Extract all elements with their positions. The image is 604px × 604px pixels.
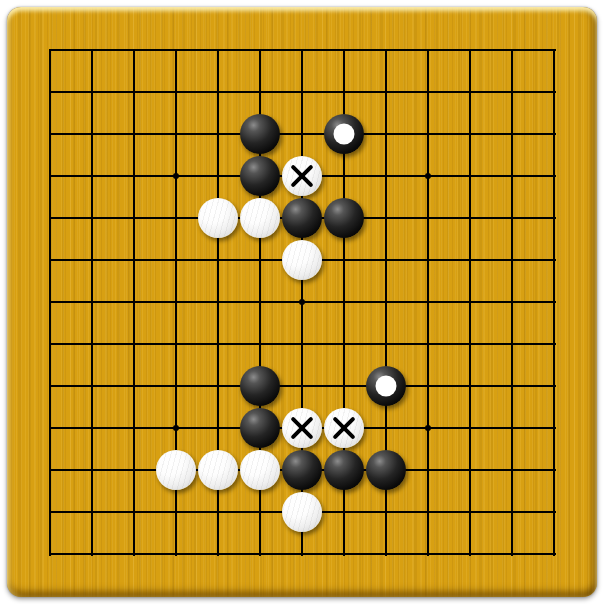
- intersection[interactable]: [113, 323, 155, 365]
- intersection[interactable]: [113, 491, 155, 533]
- intersection[interactable]: [449, 113, 491, 155]
- intersection[interactable]: [239, 449, 281, 491]
- intersection[interactable]: [197, 29, 239, 71]
- intersection[interactable]: [29, 449, 71, 491]
- intersection[interactable]: [491, 71, 533, 113]
- intersection[interactable]: [533, 281, 575, 323]
- intersection[interactable]: [197, 365, 239, 407]
- intersection[interactable]: [239, 281, 281, 323]
- intersection[interactable]: [323, 239, 365, 281]
- intersection[interactable]: [323, 323, 365, 365]
- cross-marker-icon: [282, 408, 322, 448]
- intersection[interactable]: [29, 155, 71, 197]
- intersection[interactable]: [29, 323, 71, 365]
- intersection[interactable]: [239, 155, 281, 197]
- intersection[interactable]: [155, 323, 197, 365]
- intersection[interactable]: [239, 491, 281, 533]
- board-intersections: [29, 29, 575, 575]
- intersection[interactable]: [29, 491, 71, 533]
- intersection[interactable]: [155, 113, 197, 155]
- intersection[interactable]: [239, 239, 281, 281]
- intersection[interactable]: [365, 365, 407, 407]
- intersection[interactable]: [281, 407, 323, 449]
- intersection[interactable]: [71, 491, 113, 533]
- intersection[interactable]: [491, 281, 533, 323]
- intersection[interactable]: [71, 281, 113, 323]
- circle-marker-icon: [376, 376, 397, 397]
- intersection[interactable]: [29, 281, 71, 323]
- intersection[interactable]: [197, 197, 239, 239]
- white-stone: [198, 450, 238, 490]
- intersection[interactable]: [71, 449, 113, 491]
- intersection[interactable]: [197, 239, 239, 281]
- intersection[interactable]: [407, 491, 449, 533]
- intersection[interactable]: [533, 197, 575, 239]
- intersection[interactable]: [407, 113, 449, 155]
- intersection[interactable]: [323, 113, 365, 155]
- intersection[interactable]: [323, 281, 365, 323]
- intersection[interactable]: [533, 71, 575, 113]
- intersection[interactable]: [113, 281, 155, 323]
- intersection[interactable]: [491, 29, 533, 71]
- intersection[interactable]: [29, 113, 71, 155]
- intersection[interactable]: [281, 29, 323, 71]
- intersection[interactable]: [365, 239, 407, 281]
- intersection[interactable]: [29, 197, 71, 239]
- intersection[interactable]: [407, 239, 449, 281]
- intersection[interactable]: [323, 365, 365, 407]
- white-stone-cross-marked: [324, 408, 364, 448]
- intersection[interactable]: [113, 449, 155, 491]
- intersection[interactable]: [155, 29, 197, 71]
- black-stone: [282, 198, 322, 238]
- intersection[interactable]: [323, 449, 365, 491]
- intersection[interactable]: [323, 407, 365, 449]
- go-board: [7, 7, 597, 597]
- intersection[interactable]: [29, 29, 71, 71]
- intersection[interactable]: [155, 365, 197, 407]
- intersection[interactable]: [323, 533, 365, 575]
- intersection[interactable]: [71, 365, 113, 407]
- intersection[interactable]: [281, 155, 323, 197]
- intersection[interactable]: [29, 407, 71, 449]
- intersection[interactable]: [71, 407, 113, 449]
- intersection[interactable]: [365, 71, 407, 113]
- intersection[interactable]: [323, 29, 365, 71]
- intersection[interactable]: [29, 71, 71, 113]
- intersection[interactable]: [533, 29, 575, 71]
- intersection[interactable]: [449, 407, 491, 449]
- intersection[interactable]: [113, 407, 155, 449]
- intersection[interactable]: [113, 29, 155, 71]
- intersection[interactable]: [71, 155, 113, 197]
- circle-marker-icon: [334, 124, 355, 145]
- intersection[interactable]: [533, 407, 575, 449]
- intersection[interactable]: [197, 323, 239, 365]
- intersection[interactable]: [71, 29, 113, 71]
- intersection[interactable]: [71, 113, 113, 155]
- intersection[interactable]: [449, 71, 491, 113]
- white-stone-cross-marked: [282, 408, 322, 448]
- intersection[interactable]: [323, 197, 365, 239]
- intersection[interactable]: [533, 449, 575, 491]
- intersection[interactable]: [491, 239, 533, 281]
- intersection[interactable]: [533, 491, 575, 533]
- black-stone: [282, 450, 322, 490]
- intersection[interactable]: [29, 365, 71, 407]
- intersection[interactable]: [491, 113, 533, 155]
- black-stone: [324, 198, 364, 238]
- black-stone: [324, 450, 364, 490]
- intersection[interactable]: [239, 407, 281, 449]
- intersection[interactable]: [113, 71, 155, 113]
- intersection[interactable]: [71, 239, 113, 281]
- intersection[interactable]: [365, 113, 407, 155]
- intersection[interactable]: [239, 197, 281, 239]
- intersection[interactable]: [491, 491, 533, 533]
- intersection[interactable]: [71, 323, 113, 365]
- intersection[interactable]: [365, 491, 407, 533]
- intersection[interactable]: [197, 449, 239, 491]
- intersection[interactable]: [407, 281, 449, 323]
- intersection[interactable]: [197, 155, 239, 197]
- intersection[interactable]: [365, 449, 407, 491]
- intersection[interactable]: [365, 533, 407, 575]
- intersection[interactable]: [407, 365, 449, 407]
- intersection[interactable]: [155, 239, 197, 281]
- intersection[interactable]: [155, 449, 197, 491]
- intersection[interactable]: [365, 155, 407, 197]
- intersection[interactable]: [365, 323, 407, 365]
- white-stone: [240, 450, 280, 490]
- intersection[interactable]: [365, 407, 407, 449]
- intersection[interactable]: [449, 29, 491, 71]
- intersection[interactable]: [29, 239, 71, 281]
- intersection[interactable]: [449, 533, 491, 575]
- intersection[interactable]: [155, 491, 197, 533]
- intersection[interactable]: [407, 323, 449, 365]
- white-stone: [198, 198, 238, 238]
- intersection[interactable]: [323, 491, 365, 533]
- intersection[interactable]: [155, 197, 197, 239]
- intersection[interactable]: [281, 323, 323, 365]
- intersection[interactable]: [239, 323, 281, 365]
- intersection[interactable]: [239, 71, 281, 113]
- intersection[interactable]: [449, 281, 491, 323]
- black-stone: [240, 156, 280, 196]
- intersection[interactable]: [113, 533, 155, 575]
- black-stone-circle-marked: [366, 366, 406, 406]
- intersection[interactable]: [491, 449, 533, 491]
- intersection[interactable]: [239, 113, 281, 155]
- intersection[interactable]: [491, 197, 533, 239]
- black-stone: [366, 450, 406, 490]
- intersection[interactable]: [407, 197, 449, 239]
- intersection[interactable]: [533, 533, 575, 575]
- page-background: [0, 0, 604, 604]
- intersection[interactable]: [197, 71, 239, 113]
- white-stone: [282, 492, 322, 532]
- intersection[interactable]: [449, 449, 491, 491]
- intersection[interactable]: [113, 365, 155, 407]
- intersection[interactable]: [533, 365, 575, 407]
- intersection[interactable]: [323, 155, 365, 197]
- intersection[interactable]: [491, 365, 533, 407]
- intersection[interactable]: [533, 239, 575, 281]
- intersection[interactable]: [155, 155, 197, 197]
- intersection[interactable]: [365, 29, 407, 71]
- intersection[interactable]: [281, 365, 323, 407]
- black-stone: [240, 408, 280, 448]
- intersection[interactable]: [155, 533, 197, 575]
- intersection[interactable]: [281, 491, 323, 533]
- intersection[interactable]: [239, 29, 281, 71]
- intersection[interactable]: [29, 533, 71, 575]
- intersection[interactable]: [155, 407, 197, 449]
- intersection[interactable]: [155, 71, 197, 113]
- intersection[interactable]: [239, 365, 281, 407]
- intersection[interactable]: [407, 407, 449, 449]
- intersection[interactable]: [407, 533, 449, 575]
- intersection[interactable]: [533, 323, 575, 365]
- intersection[interactable]: [281, 113, 323, 155]
- intersection[interactable]: [281, 197, 323, 239]
- intersection[interactable]: [197, 533, 239, 575]
- intersection[interactable]: [533, 155, 575, 197]
- intersection[interactable]: [281, 281, 323, 323]
- intersection[interactable]: [365, 197, 407, 239]
- white-stone: [282, 240, 322, 280]
- intersection[interactable]: [113, 155, 155, 197]
- intersection[interactable]: [281, 533, 323, 575]
- cross-marker-icon: [324, 408, 364, 448]
- intersection[interactable]: [407, 449, 449, 491]
- intersection[interactable]: [449, 365, 491, 407]
- intersection[interactable]: [491, 407, 533, 449]
- intersection[interactable]: [449, 239, 491, 281]
- intersection[interactable]: [239, 533, 281, 575]
- intersection[interactable]: [197, 407, 239, 449]
- intersection[interactable]: [491, 323, 533, 365]
- white-stone-cross-marked: [282, 156, 322, 196]
- white-stone: [240, 198, 280, 238]
- intersection[interactable]: [281, 239, 323, 281]
- intersection[interactable]: [197, 113, 239, 155]
- intersection[interactable]: [71, 197, 113, 239]
- black-stone-circle-marked: [324, 114, 364, 154]
- black-stone: [240, 114, 280, 154]
- intersection[interactable]: [407, 155, 449, 197]
- intersection[interactable]: [407, 29, 449, 71]
- intersection[interactable]: [71, 533, 113, 575]
- white-stone: [156, 450, 196, 490]
- black-stone: [240, 366, 280, 406]
- intersection[interactable]: [449, 155, 491, 197]
- intersection[interactable]: [281, 449, 323, 491]
- intersection[interactable]: [491, 155, 533, 197]
- intersection[interactable]: [281, 71, 323, 113]
- intersection[interactable]: [449, 323, 491, 365]
- intersection[interactable]: [113, 113, 155, 155]
- intersection[interactable]: [155, 281, 197, 323]
- intersection[interactable]: [491, 533, 533, 575]
- intersection[interactable]: [407, 71, 449, 113]
- intersection[interactable]: [365, 281, 407, 323]
- intersection[interactable]: [113, 197, 155, 239]
- intersection[interactable]: [449, 197, 491, 239]
- intersection[interactable]: [323, 71, 365, 113]
- intersection[interactable]: [113, 239, 155, 281]
- intersection[interactable]: [71, 71, 113, 113]
- intersection[interactable]: [197, 491, 239, 533]
- cross-marker-icon: [282, 156, 322, 196]
- intersection[interactable]: [449, 491, 491, 533]
- intersection[interactable]: [197, 281, 239, 323]
- intersection[interactable]: [533, 113, 575, 155]
